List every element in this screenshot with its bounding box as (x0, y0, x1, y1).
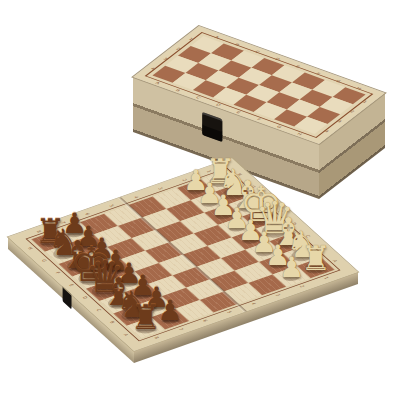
dark-rook: ♜ (131, 300, 161, 334)
chess-set-product-photo: AABBCCDDEEFFGGHH11223344 ♜♞♝♛♚♝♞♜♟♟♟♟♟♟♟… (0, 0, 400, 400)
white-pawn: ♟ (279, 254, 304, 282)
box-clasp-latch-icon (202, 112, 222, 142)
white-rook: ♜ (300, 241, 330, 275)
dark-pawn: ♟ (158, 297, 183, 325)
